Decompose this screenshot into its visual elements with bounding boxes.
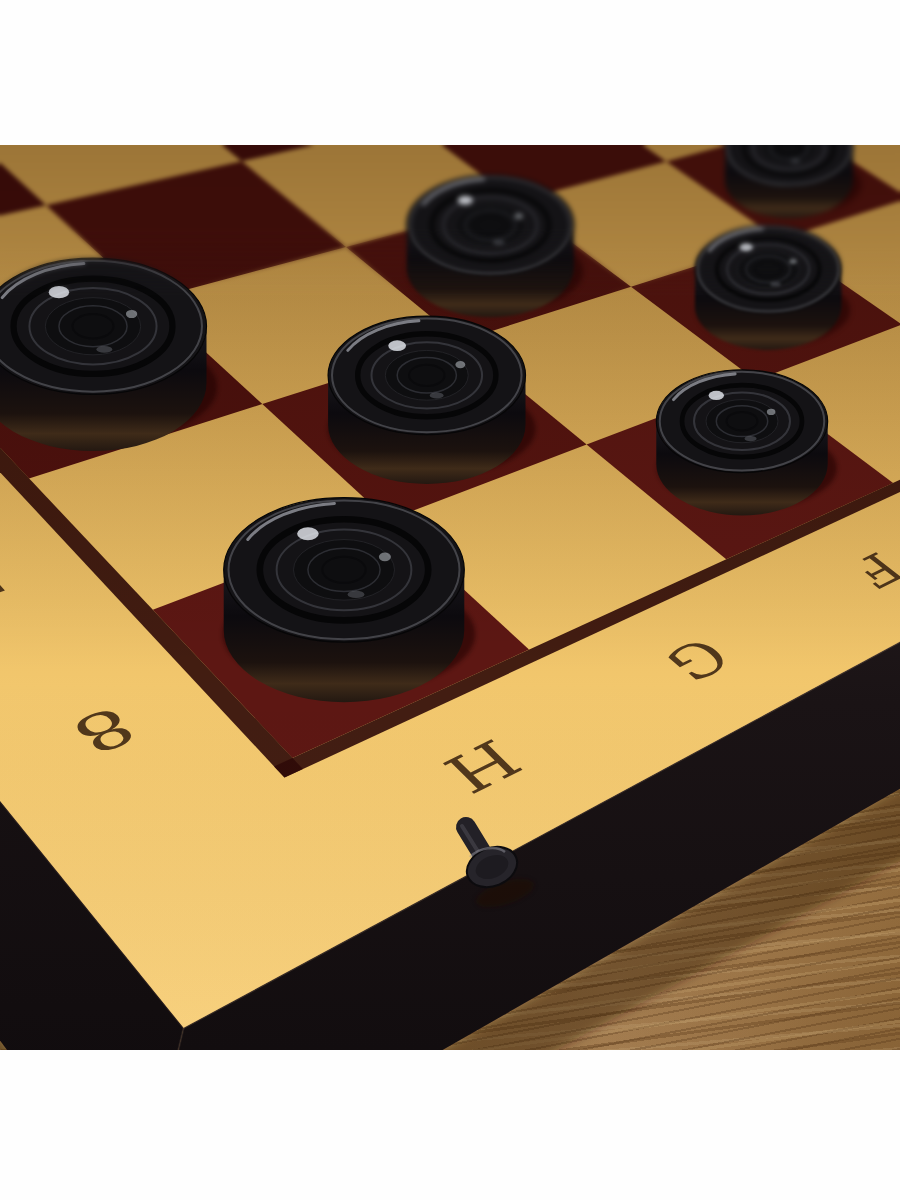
photo-frame: HGF87	[0, 0, 900, 1200]
black-checker-piece	[328, 316, 535, 484]
black-checker-piece	[695, 225, 850, 350]
black-checker-piece	[223, 498, 476, 703]
scene: HGF87	[0, 145, 900, 1050]
checkers-board: HGF87	[0, 145, 900, 1050]
photo-top-margin	[0, 0, 900, 145]
photo-bottom-margin	[0, 1050, 900, 1200]
black-checker-piece	[0, 258, 217, 451]
black-checker-piece	[656, 370, 837, 516]
black-checker-piece	[407, 175, 583, 317]
